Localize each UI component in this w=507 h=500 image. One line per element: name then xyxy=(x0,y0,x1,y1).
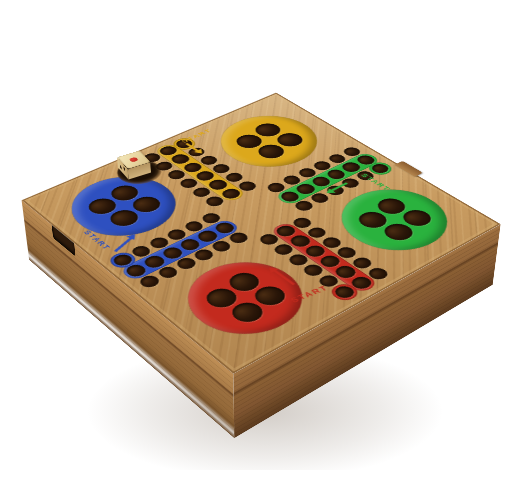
ludo-board-box: STARTSTARTSTARTSTART xyxy=(22,93,501,374)
track-hole xyxy=(165,228,189,242)
track-hole xyxy=(199,212,223,226)
home-hole-red xyxy=(303,244,328,259)
home-hole-red xyxy=(274,224,299,238)
track-hole xyxy=(257,232,281,246)
track-hole xyxy=(290,216,314,230)
home-hole-blue xyxy=(124,263,149,279)
start-arrow-red xyxy=(273,270,295,285)
home-strip-blue xyxy=(119,218,241,281)
lid-slide-tab xyxy=(394,161,423,177)
base-hole-red xyxy=(249,283,291,309)
track-hole xyxy=(129,244,153,259)
start-hole-blue xyxy=(111,253,136,268)
base-hole-red xyxy=(223,269,264,294)
track-hole xyxy=(147,236,171,250)
product-photo-scene: STARTSTARTSTARTSTART xyxy=(0,0,507,500)
base-hole-green xyxy=(378,221,417,244)
home-hole-blue xyxy=(213,221,237,235)
start-hole-ring-red xyxy=(327,281,362,303)
track-hole xyxy=(272,242,296,257)
home-hole-blue xyxy=(160,246,185,261)
track-hole xyxy=(305,226,329,240)
start-arrow-blue xyxy=(114,237,132,251)
home-hole-red xyxy=(333,264,359,280)
start-label-yellow: START xyxy=(170,124,223,148)
home-strip-red xyxy=(269,222,379,294)
home-hole-blue xyxy=(178,237,203,252)
base-hole-red xyxy=(200,285,242,311)
track-hole xyxy=(137,274,162,290)
start-hole-red xyxy=(332,284,358,300)
start-label-red: START xyxy=(277,279,342,309)
track-hole xyxy=(286,252,311,267)
track-hole xyxy=(226,231,250,245)
track-hole xyxy=(365,266,390,281)
track-hole xyxy=(334,245,359,260)
track-hole xyxy=(156,265,181,280)
track-hole xyxy=(316,273,341,289)
home-hole-blue xyxy=(195,229,220,244)
home-hole-red xyxy=(348,275,374,291)
start-hole-ring-blue xyxy=(106,250,139,270)
base-hole-green xyxy=(353,209,392,231)
home-hole-red xyxy=(318,254,343,269)
track-hole xyxy=(319,236,343,250)
home-hole-red xyxy=(288,234,313,249)
track-hole xyxy=(350,256,375,271)
home-hole-blue xyxy=(142,254,167,269)
track-hole xyxy=(301,263,326,278)
board-top-face: STARTSTARTSTARTSTART xyxy=(22,93,501,374)
track-hole xyxy=(192,247,216,262)
track-hole xyxy=(174,256,199,271)
track-hole xyxy=(182,220,206,234)
track-hole xyxy=(209,239,233,253)
base-hole-red xyxy=(226,299,268,326)
